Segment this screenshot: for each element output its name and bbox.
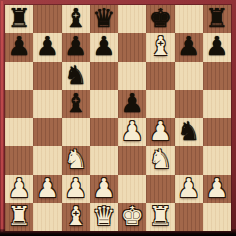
square-g5[interactable]	[175, 90, 203, 118]
square-e4[interactable]: ♟	[118, 118, 146, 146]
piece-white-queen[interactable]: ♛	[92, 203, 115, 229]
chess-board: ♜♝♛♚♜♟♟♟♟♝♟♟♞♝♟♟♟♞♞♞♟♟♟♟♟♟♜♝♛♚♜	[5, 5, 231, 231]
piece-white-pawn[interactable]: ♟	[149, 118, 172, 144]
square-f2[interactable]	[146, 175, 174, 203]
square-g6[interactable]	[175, 62, 203, 90]
piece-black-queen[interactable]: ♛	[92, 5, 115, 31]
square-a1[interactable]: ♜	[5, 203, 33, 231]
square-c7[interactable]: ♟	[62, 33, 90, 61]
square-b4[interactable]	[33, 118, 61, 146]
piece-white-pawn[interactable]: ♟	[120, 118, 143, 144]
square-a7[interactable]: ♟	[5, 33, 33, 61]
piece-black-pawn[interactable]: ♟	[120, 90, 143, 116]
square-g3[interactable]	[175, 146, 203, 174]
square-f6[interactable]	[146, 62, 174, 90]
square-h6[interactable]	[203, 62, 231, 90]
square-h4[interactable]	[203, 118, 231, 146]
square-h8[interactable]: ♜	[203, 5, 231, 33]
square-h1[interactable]	[203, 203, 231, 231]
piece-white-knight[interactable]: ♞	[64, 146, 87, 172]
piece-white-pawn[interactable]: ♟	[177, 175, 200, 201]
square-e6[interactable]	[118, 62, 146, 90]
square-h3[interactable]	[203, 146, 231, 174]
piece-black-knight[interactable]: ♞	[64, 62, 87, 88]
square-d4[interactable]	[90, 118, 118, 146]
square-e5[interactable]: ♟	[118, 90, 146, 118]
square-f3[interactable]: ♞	[146, 146, 174, 174]
piece-black-pawn[interactable]: ♟	[177, 33, 200, 59]
piece-black-pawn[interactable]: ♟	[64, 33, 87, 59]
square-a6[interactable]	[5, 62, 33, 90]
piece-black-pawn[interactable]: ♟	[36, 33, 59, 59]
piece-black-bishop[interactable]: ♝	[64, 90, 87, 116]
square-d6[interactable]	[90, 62, 118, 90]
piece-white-bishop[interactable]: ♝	[149, 33, 172, 59]
square-a3[interactable]	[5, 146, 33, 174]
piece-white-pawn[interactable]: ♟	[64, 175, 87, 201]
square-d3[interactable]	[90, 146, 118, 174]
square-g1[interactable]	[175, 203, 203, 231]
square-a2[interactable]: ♟	[5, 175, 33, 203]
piece-black-king[interactable]: ♚	[149, 5, 172, 31]
square-f5[interactable]	[146, 90, 174, 118]
square-e7[interactable]	[118, 33, 146, 61]
square-h7[interactable]: ♟	[203, 33, 231, 61]
piece-white-rook[interactable]: ♜	[7, 203, 30, 229]
square-b6[interactable]	[33, 62, 61, 90]
square-f4[interactable]: ♟	[146, 118, 174, 146]
piece-black-bishop[interactable]: ♝	[64, 5, 87, 31]
chessboard-screenshot: ♜♝♛♚♜♟♟♟♟♝♟♟♞♝♟♟♟♞♞♞♟♟♟♟♟♟♜♝♛♚♜	[0, 0, 236, 236]
piece-white-king[interactable]: ♚	[120, 203, 143, 229]
square-c3[interactable]: ♞	[62, 146, 90, 174]
square-f7[interactable]: ♝	[146, 33, 174, 61]
piece-white-pawn[interactable]: ♟	[36, 175, 59, 201]
piece-black-pawn[interactable]: ♟	[7, 33, 30, 59]
piece-black-pawn[interactable]: ♟	[205, 33, 228, 59]
square-f1[interactable]: ♜	[146, 203, 174, 231]
square-b5[interactable]	[33, 90, 61, 118]
square-c4[interactable]	[62, 118, 90, 146]
square-b3[interactable]	[33, 146, 61, 174]
square-c1[interactable]: ♝	[62, 203, 90, 231]
piece-white-pawn[interactable]: ♟	[205, 175, 228, 201]
square-h2[interactable]: ♟	[203, 175, 231, 203]
square-h5[interactable]	[203, 90, 231, 118]
square-b1[interactable]	[33, 203, 61, 231]
piece-white-rook[interactable]: ♜	[149, 203, 172, 229]
square-b7[interactable]: ♟	[33, 33, 61, 61]
square-c5[interactable]: ♝	[62, 90, 90, 118]
square-g2[interactable]: ♟	[175, 175, 203, 203]
piece-black-knight[interactable]: ♞	[177, 118, 200, 144]
square-d7[interactable]: ♟	[90, 33, 118, 61]
square-d2[interactable]: ♟	[90, 175, 118, 203]
square-g8[interactable]	[175, 5, 203, 33]
square-e1[interactable]: ♚	[118, 203, 146, 231]
square-e2[interactable]	[118, 175, 146, 203]
piece-white-pawn[interactable]: ♟	[92, 175, 115, 201]
square-b8[interactable]	[33, 5, 61, 33]
square-c8[interactable]: ♝	[62, 5, 90, 33]
piece-white-pawn[interactable]: ♟	[7, 175, 30, 201]
square-e8[interactable]	[118, 5, 146, 33]
square-a4[interactable]	[5, 118, 33, 146]
piece-white-bishop[interactable]: ♝	[64, 203, 87, 229]
piece-white-knight[interactable]: ♞	[149, 146, 172, 172]
square-c2[interactable]: ♟	[62, 175, 90, 203]
square-d5[interactable]	[90, 90, 118, 118]
square-d8[interactable]: ♛	[90, 5, 118, 33]
piece-black-rook[interactable]: ♜	[7, 5, 30, 31]
piece-black-pawn[interactable]: ♟	[92, 33, 115, 59]
square-b2[interactable]: ♟	[33, 175, 61, 203]
square-d1[interactable]: ♛	[90, 203, 118, 231]
square-c6[interactable]: ♞	[62, 62, 90, 90]
square-a5[interactable]	[5, 90, 33, 118]
square-g7[interactable]: ♟	[175, 33, 203, 61]
square-a8[interactable]: ♜	[5, 5, 33, 33]
square-f8[interactable]: ♚	[146, 5, 174, 33]
square-g4[interactable]: ♞	[175, 118, 203, 146]
square-e3[interactable]	[118, 146, 146, 174]
piece-black-rook[interactable]: ♜	[205, 5, 228, 31]
